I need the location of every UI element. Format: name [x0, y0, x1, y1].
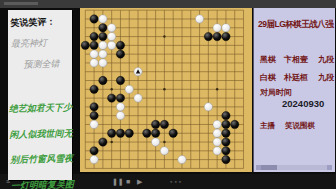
host-label: 主播	[260, 121, 275, 131]
white-stone	[125, 85, 133, 93]
app-window: 笑说笑评： 最亮神灯 预测全错 绝艺如君天下少 闲人似我世间无 别后竹窗风雪夜 …	[0, 0, 336, 189]
white-player-name: 朴廷桓	[284, 72, 316, 83]
black-player-row: 黑棋 卞相壹 九段	[260, 54, 334, 65]
black-stone	[108, 129, 116, 137]
game-time-label: 对局时间	[260, 87, 292, 98]
white-stone	[222, 24, 230, 32]
black-stone	[81, 41, 89, 49]
host-row: 主播 笑说围棋	[260, 121, 315, 131]
white-stone	[99, 15, 107, 23]
black-stone	[99, 32, 107, 40]
commentary-line-1: 最亮神灯	[11, 36, 71, 51]
black-stone	[116, 50, 124, 58]
commentary-line-2: 预测全错	[23, 57, 71, 71]
white-stone	[99, 59, 107, 67]
black-stone	[231, 120, 239, 128]
white-stone	[213, 129, 221, 137]
commentary-panel: 笑说笑评： 最亮神灯 预测全错 绝艺如君天下少 闲人似我世间无 别后竹窗风雪夜 …	[8, 10, 72, 180]
white-stone	[108, 41, 116, 49]
white-stone	[160, 147, 168, 155]
white-player-row: 白棋 朴廷桓 九段	[260, 72, 334, 83]
go-board[interactable]	[80, 8, 252, 172]
poem-line-1: 绝艺如君天下少	[9, 101, 71, 116]
black-stone	[222, 138, 230, 146]
white-stone	[213, 147, 221, 155]
white-stone	[151, 138, 159, 146]
pause-icon[interactable]: ❚❚	[112, 177, 124, 186]
black-stone	[169, 129, 177, 137]
poem-line-2: 闲人似我世间无	[9, 127, 71, 142]
black-stone	[90, 15, 98, 23]
white-stone	[213, 24, 221, 32]
black-stone	[99, 138, 107, 146]
white-stone	[108, 32, 116, 40]
white-stone	[116, 103, 124, 111]
scrollbar-thumb[interactable]	[261, 165, 277, 170]
black-stone	[222, 120, 230, 128]
black-stone	[116, 129, 124, 137]
scroll-right-arrow[interactable]	[327, 165, 332, 170]
black-stone	[222, 155, 230, 163]
black-stone	[90, 112, 98, 120]
white-stone	[90, 155, 98, 163]
black-stone	[222, 112, 230, 120]
white-stone	[178, 155, 186, 163]
white-stone	[213, 120, 221, 128]
white-stone	[134, 94, 142, 102]
white-stone	[99, 50, 107, 58]
white-stone	[90, 50, 98, 58]
game-info-panel: 29届LG杯棋王战八强 黑棋 卞相壹 九段 白棋 朴廷桓 九段 对局时间 202…	[253, 8, 335, 172]
black-player-rank: 九段	[318, 54, 334, 65]
black-stone	[99, 24, 107, 32]
white-stone	[116, 112, 124, 120]
window-title-text	[4, 2, 38, 5]
black-stone	[108, 94, 116, 102]
play-icon[interactable]: ▶	[137, 177, 142, 186]
black-stone	[213, 32, 221, 40]
black-stone	[222, 32, 230, 40]
commentary-title: 笑说笑评：	[10, 15, 70, 30]
black-stone	[90, 147, 98, 155]
panel-scrollbar[interactable]	[256, 165, 332, 170]
black-stone	[222, 147, 230, 155]
black-stone	[116, 94, 124, 102]
go-board-svg	[80, 8, 252, 172]
white-player-rank: 九段	[318, 72, 334, 83]
poem-block: 绝艺如君天下少 闲人似我世间无 别后竹窗风雪夜 一灯明暗复吴图	[9, 101, 74, 189]
black-stone	[90, 103, 98, 111]
white-stone	[99, 41, 107, 49]
more-icon[interactable]: ▪ ▪ ▪	[170, 177, 181, 186]
black-stone	[160, 120, 168, 128]
black-stone	[90, 32, 98, 40]
black-stone	[143, 129, 151, 137]
poem-line-4: 一灯明暗复吴图	[11, 178, 73, 189]
window-title-bar	[0, 0, 336, 8]
black-stone	[125, 129, 133, 137]
white-stone	[108, 24, 116, 32]
event-title: 29届LG杯棋王战八强	[258, 19, 332, 31]
black-stone	[90, 41, 98, 49]
black-stone	[151, 120, 159, 128]
white-stone	[90, 59, 98, 67]
black-stone	[151, 129, 159, 137]
host-name: 笑说围棋	[285, 121, 315, 131]
black-stone	[204, 32, 212, 40]
white-label: 白棋	[260, 72, 280, 83]
black-stone	[99, 76, 107, 84]
poem-line-3: 别后竹窗风雪夜	[10, 152, 72, 167]
black-label: 黑棋	[260, 54, 280, 65]
white-stone	[213, 138, 221, 146]
black-stone	[116, 76, 124, 84]
black-stone	[222, 129, 230, 137]
stop-icon[interactable]: ■	[126, 177, 130, 186]
white-stone	[90, 120, 98, 128]
game-date: 20240930	[282, 98, 324, 109]
white-stone	[195, 15, 203, 23]
black-stone	[90, 85, 98, 93]
white-stone	[204, 103, 212, 111]
black-stone	[116, 41, 124, 49]
black-player-name: 卞相壹	[284, 54, 316, 65]
